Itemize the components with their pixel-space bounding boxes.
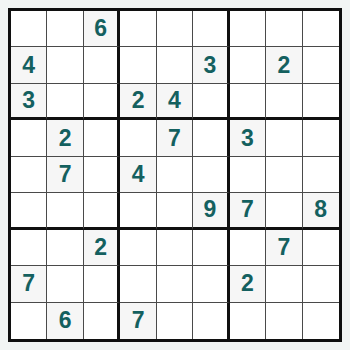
cell-r9c4[interactable]: 7 — [120, 303, 156, 339]
cell-r8c3[interactable] — [84, 266, 120, 302]
cell-r5c3[interactable] — [84, 157, 120, 193]
cell-r1c6[interactable] — [193, 11, 229, 47]
cell-r2c5[interactable] — [157, 47, 193, 83]
cell-r2c9[interactable] — [303, 47, 339, 83]
cell-r3c9[interactable] — [303, 84, 339, 120]
cell-r2c1[interactable]: 4 — [11, 47, 47, 83]
cell-r4c8[interactable] — [266, 120, 302, 156]
cell-r8c9[interactable] — [303, 266, 339, 302]
cell-r5c1[interactable] — [11, 157, 47, 193]
cell-r4c7[interactable]: 3 — [230, 120, 266, 156]
cell-r7c3[interactable]: 2 — [84, 230, 120, 266]
cell-r4c3[interactable] — [84, 120, 120, 156]
cell-r6c1[interactable] — [11, 193, 47, 229]
cell-r9c5[interactable] — [157, 303, 193, 339]
cell-r4c1[interactable] — [11, 120, 47, 156]
cell-r5c6[interactable] — [193, 157, 229, 193]
cell-r9c3[interactable] — [84, 303, 120, 339]
cell-r5c2[interactable]: 7 — [47, 157, 83, 193]
cell-r9c7[interactable] — [230, 303, 266, 339]
cell-r2c6[interactable]: 3 — [193, 47, 229, 83]
cell-r5c7[interactable] — [230, 157, 266, 193]
cell-r8c4[interactable] — [120, 266, 156, 302]
cell-r6c3[interactable] — [84, 193, 120, 229]
cell-r7c7[interactable] — [230, 230, 266, 266]
cell-r9c8[interactable] — [266, 303, 302, 339]
cell-r3c2[interactable] — [47, 84, 83, 120]
cell-r7c1[interactable] — [11, 230, 47, 266]
cell-r9c6[interactable] — [193, 303, 229, 339]
cell-r6c8[interactable] — [266, 193, 302, 229]
cell-r1c2[interactable] — [47, 11, 83, 47]
cell-r3c4[interactable]: 2 — [120, 84, 156, 120]
cell-r8c5[interactable] — [157, 266, 193, 302]
cell-r2c7[interactable] — [230, 47, 266, 83]
cell-r8c2[interactable] — [47, 266, 83, 302]
cell-r3c5[interactable]: 4 — [157, 84, 193, 120]
cell-r6c9[interactable]: 8 — [303, 193, 339, 229]
cell-r1c5[interactable] — [157, 11, 193, 47]
cell-r3c1[interactable]: 3 — [11, 84, 47, 120]
cell-r5c4[interactable]: 4 — [120, 157, 156, 193]
cell-r4c6[interactable] — [193, 120, 229, 156]
cell-r3c6[interactable] — [193, 84, 229, 120]
cell-r1c7[interactable] — [230, 11, 266, 47]
cell-r4c5[interactable]: 7 — [157, 120, 193, 156]
cell-r1c8[interactable] — [266, 11, 302, 47]
cell-r6c4[interactable] — [120, 193, 156, 229]
cell-r9c2[interactable]: 6 — [47, 303, 83, 339]
cell-r7c5[interactable] — [157, 230, 193, 266]
cell-r9c9[interactable] — [303, 303, 339, 339]
cell-r7c2[interactable] — [47, 230, 83, 266]
cell-r2c2[interactable] — [47, 47, 83, 83]
cell-r1c3[interactable]: 6 — [84, 11, 120, 47]
cell-r8c7[interactable]: 2 — [230, 266, 266, 302]
cell-r7c8[interactable]: 7 — [266, 230, 302, 266]
cell-r2c4[interactable] — [120, 47, 156, 83]
cell-r1c9[interactable] — [303, 11, 339, 47]
cell-r4c4[interactable] — [120, 120, 156, 156]
sudoku-page: { "game": "sudoku", "position": "..6....… — [0, 0, 350, 350]
cell-r8c1[interactable]: 7 — [11, 266, 47, 302]
cell-r4c2[interactable]: 2 — [47, 120, 83, 156]
cell-r8c6[interactable] — [193, 266, 229, 302]
cell-r3c7[interactable] — [230, 84, 266, 120]
cell-r4c9[interactable] — [303, 120, 339, 156]
cell-r5c8[interactable] — [266, 157, 302, 193]
cell-r1c1[interactable] — [11, 11, 47, 47]
sudoku-board: 643232427374978277267 — [8, 8, 342, 342]
cell-r8c8[interactable] — [266, 266, 302, 302]
cell-r1c4[interactable] — [120, 11, 156, 47]
cell-r7c6[interactable] — [193, 230, 229, 266]
cell-r9c1[interactable] — [11, 303, 47, 339]
cell-r6c2[interactable] — [47, 193, 83, 229]
cell-r2c3[interactable] — [84, 47, 120, 83]
cell-r2c8[interactable]: 2 — [266, 47, 302, 83]
cell-r6c5[interactable] — [157, 193, 193, 229]
cell-r5c9[interactable] — [303, 157, 339, 193]
cell-r3c3[interactable] — [84, 84, 120, 120]
cell-r7c4[interactable] — [120, 230, 156, 266]
cell-r6c6[interactable]: 9 — [193, 193, 229, 229]
cell-r3c8[interactable] — [266, 84, 302, 120]
cell-r6c7[interactable]: 7 — [230, 193, 266, 229]
cell-r7c9[interactable] — [303, 230, 339, 266]
cell-r5c5[interactable] — [157, 157, 193, 193]
